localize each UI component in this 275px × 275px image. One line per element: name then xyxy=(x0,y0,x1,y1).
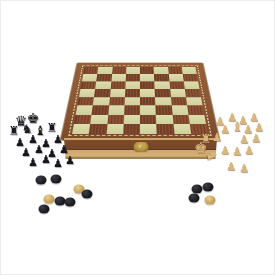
wood-piece-knight: ♞ xyxy=(204,149,219,163)
chess-set-scene: ♛♚♜♞♝♜♟♟♟♟♟♟♟♟♟♟♟♟♟♟♟♟♟♝♟♟♜♟♟♟♚♞♟♟♟♟♟ xyxy=(1,1,274,274)
checker-disc-black xyxy=(192,185,203,194)
wood-piece-pawn: ♟ xyxy=(212,132,222,143)
checker-disc-black xyxy=(189,194,200,203)
checker-disc-black xyxy=(203,183,214,192)
black-piece-pawn: ♟ xyxy=(65,155,75,166)
offboard-pieces-layer: ♛♚♜♞♝♜♟♟♟♟♟♟♟♟♟♟♟♟♟♟♟♟♟♝♟♟♜♟♟♟♚♞♟♟♟♟♟ xyxy=(1,1,274,274)
product-photo-chess-set: ♛♚♜♞♝♜♟♟♟♟♟♟♟♟♟♟♟♟♟♟♟♟♟♝♟♟♜♟♟♟♚♞♟♟♟♟♟ xyxy=(0,0,275,275)
checker-disc-black xyxy=(51,175,62,184)
checker-disc-wood xyxy=(44,195,55,204)
wood-piece-bishop: ♝ xyxy=(231,120,243,133)
checker-disc-black xyxy=(82,190,93,199)
wood-piece-pawn: ♟ xyxy=(220,145,230,156)
black-piece-pawn: ♟ xyxy=(53,158,63,169)
wood-piece-pawn: ♟ xyxy=(244,145,254,156)
checker-disc-black xyxy=(65,198,76,207)
checker-disc-wood xyxy=(205,196,216,205)
wood-piece-pawn: ♟ xyxy=(226,161,236,172)
wood-piece-pawn: ♟ xyxy=(239,163,249,174)
wood-piece-pawn: ♟ xyxy=(251,133,261,144)
wood-piece-pawn: ♟ xyxy=(232,146,242,157)
checker-disc-black xyxy=(36,176,47,185)
black-piece-pawn: ♟ xyxy=(41,154,51,165)
checker-disc-black xyxy=(39,205,50,214)
black-piece-pawn: ♟ xyxy=(28,157,38,168)
